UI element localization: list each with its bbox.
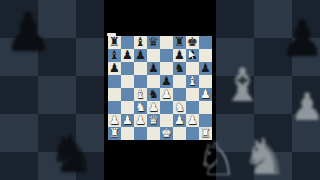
black-pawn-b7[interactable]: ♟ <box>121 49 134 62</box>
chess-board[interactable]: ♜♝♛♜♚♝♟♟♟♟♟♟♞♟♟♝♝♞♟♟♞♟♞♟♟♟♛♟♟♜♚♜ <box>108 36 212 140</box>
square-h6[interactable]: ♟ <box>199 62 212 75</box>
square-c1[interactable] <box>134 127 147 140</box>
bottom-knight-art-icon: ♘ <box>196 136 237 180</box>
bg-pawn-top-left-icon: ♟ <box>4 6 52 60</box>
square-c2[interactable]: ♟ <box>134 114 147 127</box>
blurred-backdrop-left: ♟♞ <box>0 0 104 180</box>
black-pawn-c7[interactable]: ♟ <box>134 49 147 62</box>
square-e1[interactable]: ♚ <box>160 127 173 140</box>
square-g2[interactable]: ♟ <box>186 114 199 127</box>
square-e8[interactable] <box>160 36 173 49</box>
square-g5[interactable]: ♝ <box>186 75 199 88</box>
square-d8[interactable]: ♛ <box>147 36 160 49</box>
white-king-e1[interactable]: ♚ <box>160 127 173 140</box>
bg-pawn-top-right-icon: ♟ <box>280 14 320 64</box>
square-h4[interactable]: ♟ <box>199 88 212 101</box>
square-b2[interactable]: ♟ <box>121 114 134 127</box>
black-knight-f6[interactable]: ♞ <box>173 62 186 75</box>
white-pawn-b2[interactable]: ♟ <box>121 114 134 127</box>
white-bishop-g5[interactable]: ♝ <box>186 75 199 88</box>
bg-knight-bottom-left-icon: ♞ <box>48 128 95 180</box>
square-c7[interactable]: ♟ <box>134 49 147 62</box>
white-rook-a1[interactable]: ♜ <box>108 127 121 140</box>
square-f1[interactable] <box>173 127 186 140</box>
square-h8[interactable] <box>199 36 212 49</box>
square-e4[interactable]: ♟ <box>160 88 173 101</box>
square-f6[interactable]: ♞ <box>173 62 186 75</box>
square-a5[interactable] <box>108 75 121 88</box>
bg-knight-bottom-right-icon: ♞ <box>242 132 287 180</box>
square-h3[interactable] <box>199 101 212 114</box>
video-frame: ♜♝♛♜♚♝♟♟♟♟♟♟♞♟♟♝♝♞♟♟♞♟♞♟♟♟♛♟♟♜♚♜ ♘ <box>104 0 216 180</box>
blurred-backdrop-left-pieces: ♟♞ <box>0 0 104 180</box>
bg-pawn-right-icon: ♟ <box>290 88 320 126</box>
white-pawn-e4[interactable]: ♟ <box>160 88 173 101</box>
square-a6[interactable]: ♟ <box>108 62 121 75</box>
square-b6[interactable] <box>121 62 134 75</box>
bg-bishop-right-icon: ♝ <box>222 62 263 108</box>
square-b5[interactable] <box>121 75 134 88</box>
white-queen-d2[interactable]: ♛ <box>147 114 160 127</box>
square-f5[interactable] <box>173 75 186 88</box>
square-a4[interactable] <box>108 88 121 101</box>
square-f2[interactable]: ♟ <box>173 114 186 127</box>
white-pawn-c2[interactable]: ♟ <box>134 114 147 127</box>
square-g4[interactable] <box>186 88 199 101</box>
square-d1[interactable] <box>147 127 160 140</box>
white-pawn-h4[interactable]: ♟ <box>199 88 212 101</box>
black-pawn-a6[interactable]: ♟ <box>108 62 121 75</box>
square-b4[interactable] <box>121 88 134 101</box>
white-pawn-f2[interactable]: ♟ <box>173 114 186 127</box>
black-queen-d8[interactable]: ♛ <box>147 36 160 49</box>
square-b1[interactable] <box>121 127 134 140</box>
square-d6[interactable]: ♟ <box>147 62 160 75</box>
square-b7[interactable]: ♟ <box>121 49 134 62</box>
square-e7[interactable] <box>160 49 173 62</box>
square-e3[interactable] <box>160 101 173 114</box>
black-pawn-h6[interactable]: ♟ <box>199 62 212 75</box>
black-pawn-d6[interactable]: ♟ <box>147 62 160 75</box>
square-a1[interactable]: ♜ <box>108 127 121 140</box>
square-c6[interactable] <box>134 62 147 75</box>
white-pawn-g2[interactable]: ♟ <box>186 114 199 127</box>
square-d2[interactable]: ♛ <box>147 114 160 127</box>
